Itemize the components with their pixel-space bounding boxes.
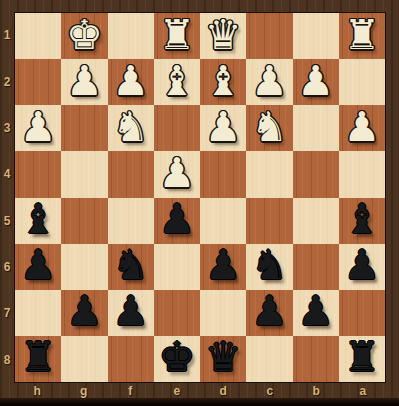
piece-black-rook[interactable]: ♜ (20, 337, 57, 378)
square-a2[interactable] (339, 59, 385, 105)
square-b3[interactable] (293, 105, 339, 151)
square-h1[interactable] (15, 13, 61, 59)
square-g4[interactable] (61, 151, 107, 197)
square-a6[interactable]: ♟ (339, 244, 385, 290)
file-label-b: b (293, 383, 340, 398)
square-f5[interactable] (108, 198, 154, 244)
piece-black-pawn[interactable]: ♟ (158, 199, 195, 240)
piece-black-knight[interactable]: ♞ (112, 245, 149, 286)
file-label-a: a (340, 383, 387, 398)
file-label-f: f (107, 383, 154, 398)
square-h2[interactable] (15, 59, 61, 105)
piece-white-queen[interactable]: ♛ (205, 15, 242, 56)
square-a5[interactable]: ♝ (339, 198, 385, 244)
square-h4[interactable] (15, 151, 61, 197)
square-g2[interactable]: ♟ (61, 59, 107, 105)
square-e1[interactable]: ♜ (154, 13, 200, 59)
square-d8[interactable]: ♛ (200, 336, 246, 382)
square-f6[interactable]: ♞ (108, 244, 154, 290)
square-h7[interactable] (15, 290, 61, 336)
square-e3[interactable] (154, 105, 200, 151)
square-e2[interactable]: ♝ (154, 59, 200, 105)
piece-black-king[interactable]: ♚ (158, 337, 195, 378)
square-b7[interactable]: ♟ (293, 290, 339, 336)
square-f3[interactable]: ♞ (108, 105, 154, 151)
rank-label-7: 7 (0, 290, 14, 336)
square-h5[interactable]: ♝ (15, 198, 61, 244)
piece-black-rook[interactable]: ♜ (343, 337, 380, 378)
file-label-c: c (247, 383, 294, 398)
piece-white-king[interactable]: ♚ (66, 15, 103, 56)
piece-white-pawn[interactable]: ♟ (66, 61, 103, 102)
file-label-g: g (61, 383, 108, 398)
square-c3[interactable]: ♞ (246, 105, 292, 151)
piece-white-bishop[interactable]: ♝ (205, 61, 242, 102)
square-f7[interactable]: ♟ (108, 290, 154, 336)
piece-black-pawn[interactable]: ♟ (297, 291, 334, 332)
square-h6[interactable]: ♟ (15, 244, 61, 290)
piece-black-pawn[interactable]: ♟ (112, 291, 149, 332)
piece-white-bishop[interactable]: ♝ (158, 61, 195, 102)
piece-white-pawn[interactable]: ♟ (251, 61, 288, 102)
square-a4[interactable] (339, 151, 385, 197)
square-a3[interactable]: ♟ (339, 105, 385, 151)
square-a8[interactable]: ♜ (339, 336, 385, 382)
rank-label-3: 3 (0, 105, 14, 151)
board-bottom-edge (0, 398, 399, 406)
square-c1[interactable] (246, 13, 292, 59)
piece-black-pawn[interactable]: ♟ (343, 245, 380, 286)
square-g7[interactable]: ♟ (61, 290, 107, 336)
square-g3[interactable] (61, 105, 107, 151)
rank-labels: 12345678 (0, 12, 14, 383)
square-b8[interactable] (293, 336, 339, 382)
piece-white-pawn[interactable]: ♟ (112, 61, 149, 102)
piece-white-pawn[interactable]: ♟ (205, 107, 242, 148)
square-e7[interactable] (154, 290, 200, 336)
square-h8[interactable]: ♜ (15, 336, 61, 382)
piece-black-bishop[interactable]: ♝ (20, 199, 57, 240)
square-e6[interactable] (154, 244, 200, 290)
square-d7[interactable] (200, 290, 246, 336)
piece-white-knight[interactable]: ♞ (112, 107, 149, 148)
square-e8[interactable]: ♚ (154, 336, 200, 382)
square-g8[interactable] (61, 336, 107, 382)
square-f4[interactable] (108, 151, 154, 197)
square-c7[interactable]: ♟ (246, 290, 292, 336)
square-d2[interactable]: ♝ (200, 59, 246, 105)
piece-black-pawn[interactable]: ♟ (205, 245, 242, 286)
piece-white-pawn[interactable]: ♟ (297, 61, 334, 102)
chess-board: ♚♜♛♜♟♟♝♝♟♟♟♞♟♞♟♟♝♟♝♟♞♟♞♟♟♟♟♟♜♚♛♜ (14, 12, 386, 383)
square-b6[interactable] (293, 244, 339, 290)
square-c4[interactable] (246, 151, 292, 197)
square-b4[interactable] (293, 151, 339, 197)
square-d4[interactable] (200, 151, 246, 197)
rank-label-6: 6 (0, 244, 14, 290)
piece-white-pawn[interactable]: ♟ (20, 107, 57, 148)
piece-white-pawn[interactable]: ♟ (343, 107, 380, 148)
file-label-h: h (14, 383, 61, 398)
square-d1[interactable]: ♛ (200, 13, 246, 59)
piece-white-knight[interactable]: ♞ (251, 107, 288, 148)
square-a1[interactable]: ♜ (339, 13, 385, 59)
square-g5[interactable] (61, 198, 107, 244)
square-c8[interactable] (246, 336, 292, 382)
square-d6[interactable]: ♟ (200, 244, 246, 290)
square-f1[interactable] (108, 13, 154, 59)
piece-black-queen[interactable]: ♛ (205, 337, 242, 378)
piece-black-pawn[interactable]: ♟ (66, 291, 103, 332)
piece-black-knight[interactable]: ♞ (251, 245, 288, 286)
file-label-d: d (200, 383, 247, 398)
rank-label-1: 1 (0, 12, 14, 58)
square-c5[interactable] (246, 198, 292, 244)
square-g6[interactable] (61, 244, 107, 290)
square-e4[interactable]: ♟ (154, 151, 200, 197)
piece-white-rook[interactable]: ♜ (158, 15, 195, 56)
rank-label-5: 5 (0, 198, 14, 244)
file-labels: hgfedcba (14, 383, 386, 398)
square-b5[interactable] (293, 198, 339, 244)
square-b2[interactable]: ♟ (293, 59, 339, 105)
chess-board-frame: 12345678 ♚♜♛♜♟♟♝♝♟♟♟♞♟♞♟♟♝♟♝♟♞♟♞♟♟♟♟♟♜♚♛… (0, 0, 399, 406)
square-c6[interactable]: ♞ (246, 244, 292, 290)
square-h3[interactable]: ♟ (15, 105, 61, 151)
piece-white-pawn[interactable]: ♟ (158, 153, 195, 194)
rank-label-8: 8 (0, 337, 14, 383)
square-b1[interactable] (293, 13, 339, 59)
square-g1[interactable]: ♚ (61, 13, 107, 59)
rank-label-4: 4 (0, 151, 14, 197)
piece-black-bishop[interactable]: ♝ (343, 199, 380, 240)
square-c2[interactable]: ♟ (246, 59, 292, 105)
square-f2[interactable]: ♟ (108, 59, 154, 105)
rank-label-2: 2 (0, 58, 14, 104)
piece-black-pawn[interactable]: ♟ (20, 245, 57, 286)
square-d5[interactable] (200, 198, 246, 244)
square-a7[interactable] (339, 290, 385, 336)
square-e5[interactable]: ♟ (154, 198, 200, 244)
piece-black-pawn[interactable]: ♟ (251, 291, 288, 332)
piece-white-rook[interactable]: ♜ (343, 15, 380, 56)
square-f8[interactable] (108, 336, 154, 382)
file-label-e: e (154, 383, 201, 398)
square-d3[interactable]: ♟ (200, 105, 246, 151)
